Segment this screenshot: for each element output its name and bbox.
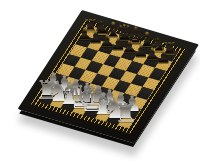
chess-set-photo: ♜♞♝♛♚♝♞♜♟♟♟♟♟♟♟♟♟♟♟♟♟♟♟♟♜♞♝♛♚♝♞♜ bbox=[0, 0, 200, 165]
chess-board-frame bbox=[18, 10, 200, 144]
gold-stud-trim bbox=[31, 20, 186, 134]
squares-grid bbox=[38, 25, 178, 128]
